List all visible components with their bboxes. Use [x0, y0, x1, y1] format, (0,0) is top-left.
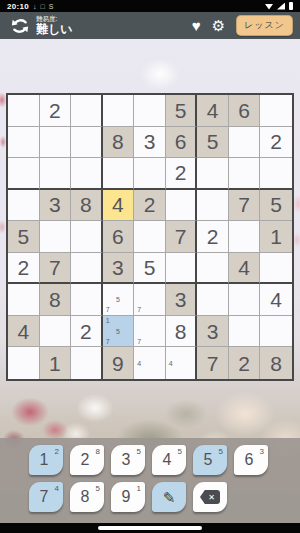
cell-r3c1[interactable]	[8, 158, 40, 190]
cell-value: 4	[270, 289, 282, 310]
numpad-button-5[interactable]: 55	[193, 445, 227, 475]
cell-value: 2	[270, 131, 282, 152]
cell-r8c3[interactable]: 2	[71, 316, 103, 348]
cell-r3c4[interactable]	[103, 158, 135, 190]
cell-r2c7[interactable]: 5	[197, 127, 229, 159]
cell-r4c4[interactable]: 4	[103, 190, 135, 222]
cellular-signal-icon	[277, 3, 285, 10]
numpad-button-7[interactable]: 74	[29, 482, 63, 512]
cell-value: 4	[112, 194, 124, 215]
cell-r1c9[interactable]	[260, 95, 292, 127]
lesson-button[interactable]: レッスン	[236, 15, 293, 36]
cell-r5c8[interactable]	[229, 221, 261, 253]
cell-r8c9[interactable]	[260, 316, 292, 348]
digit-count-badge: 8	[96, 447, 100, 456]
wifi-icon	[265, 3, 273, 10]
cell-r5c4[interactable]: 6	[103, 221, 135, 253]
numpad-digit: 2	[81, 451, 90, 469]
cell-r2c2[interactable]	[40, 127, 72, 159]
cell-value: 3	[144, 131, 156, 152]
cell-r8c8[interactable]	[229, 316, 261, 348]
cell-r7c1[interactable]	[8, 284, 40, 316]
cell-r6c7[interactable]	[197, 253, 229, 285]
numpad-digit: 6	[245, 451, 254, 469]
cell-r8c5[interactable]: 7	[134, 316, 166, 348]
cell-value: 2	[80, 321, 92, 342]
numpad-digit: 1	[40, 451, 49, 469]
difficulty-label: 難易度:	[36, 16, 73, 23]
cell-r5c2[interactable]	[40, 221, 72, 253]
cell-r2c5[interactable]: 3	[134, 127, 166, 159]
numpad-button-1[interactable]: 12	[29, 445, 63, 475]
pencil-mark: 7	[134, 336, 144, 346]
app-bar: 難易度: 難しい ♥ ⚙ レッスン	[0, 12, 300, 39]
digit-count-badge: 2	[55, 447, 59, 456]
home-indicator[interactable]	[98, 526, 202, 530]
cell-r6c1[interactable]: 2	[8, 253, 40, 285]
numpad-digit: 7	[40, 488, 49, 506]
cell-value: 6	[112, 226, 124, 247]
cell-r9c3[interactable]	[71, 347, 103, 379]
cell-r1c7[interactable]: 4	[197, 95, 229, 127]
cell-r5c7[interactable]: 2	[197, 221, 229, 253]
cell-value: 4	[17, 321, 29, 342]
cell-r7c9[interactable]: 4	[260, 284, 292, 316]
numpad-row: 748591✎✕	[29, 482, 300, 512]
cell-r6c3[interactable]	[71, 253, 103, 285]
cell-r3c2[interactable]	[40, 158, 72, 190]
cell-r3c6[interactable]: 2	[166, 158, 198, 190]
cell-value: 2	[238, 353, 250, 374]
cell-value: 2	[144, 194, 156, 215]
digit-count-badge: 5	[178, 447, 182, 456]
cell-r1c4[interactable]	[103, 95, 135, 127]
sync-icon: S	[49, 3, 54, 10]
cell-value: 8	[80, 194, 92, 215]
cell-r9c8[interactable]: 2	[229, 347, 261, 379]
numpad-button-9[interactable]: 91	[111, 482, 145, 512]
cell-r4c7[interactable]	[197, 190, 229, 222]
cell-r9c9[interactable]: 8	[260, 347, 292, 379]
favorite-heart-icon[interactable]: ♥	[192, 18, 201, 33]
status-bar: 20:10 ↓ □ S	[0, 0, 300, 12]
cell-r4c9[interactable]: 5	[260, 190, 292, 222]
cell-r1c3[interactable]	[71, 95, 103, 127]
cell-r4c3[interactable]: 8	[71, 190, 103, 222]
cell-value: 2	[175, 162, 187, 183]
cell-r8c4[interactable]: 157	[103, 316, 135, 348]
numpad-digit: 8	[81, 488, 90, 506]
cell-value: 7	[49, 257, 61, 278]
numpad-button-8[interactable]: 85	[70, 482, 104, 512]
cell-value: 5	[270, 194, 282, 215]
clock: 20:10	[7, 2, 29, 11]
digit-count-badge: 4	[55, 484, 59, 493]
cell-value: 5	[144, 257, 156, 278]
pencil-mode-button[interactable]: ✎	[152, 482, 186, 512]
cell-r9c6[interactable]: 4	[166, 347, 198, 379]
cell-value: 8	[270, 353, 282, 374]
cell-value: 3	[207, 321, 219, 342]
cell-value: 5	[175, 100, 187, 121]
cell-r1c5[interactable]	[134, 95, 166, 127]
cell-r3c9[interactable]	[260, 158, 292, 190]
cell-value: 2	[49, 100, 61, 121]
cell-r1c1[interactable]	[8, 95, 40, 127]
settings-gear-icon[interactable]: ⚙	[212, 18, 225, 33]
pencil-icon: ✎	[163, 490, 176, 505]
cell-value: 2	[207, 226, 219, 247]
backspace-icon: ✕	[200, 490, 220, 504]
numpad-button-3[interactable]: 35	[111, 445, 145, 475]
cell-r7c2[interactable]: 8	[40, 284, 72, 316]
cell-r8c2[interactable]	[40, 316, 72, 348]
cell-r5c9[interactable]: 1	[260, 221, 292, 253]
restart-icon[interactable]	[10, 16, 30, 36]
cell-value: 9	[112, 353, 124, 374]
pencil-mark: 7	[103, 305, 113, 315]
pencil-mark: 7	[134, 305, 144, 315]
cell-value: 3	[49, 194, 61, 215]
numpad-button-4[interactable]: 45	[152, 445, 186, 475]
cell-r6c2[interactable]: 7	[40, 253, 72, 285]
cell-r9c5[interactable]: 4	[134, 347, 166, 379]
cell-value: 3	[175, 289, 187, 310]
pencil-mark: 7	[103, 336, 113, 346]
erase-button[interactable]: ✕	[193, 482, 227, 512]
cell-r5c5[interactable]	[134, 221, 166, 253]
cell-r7c5[interactable]: 7	[134, 284, 166, 316]
numpad: 122835455563748591✎✕	[0, 438, 300, 523]
cell-r6c4[interactable]: 3	[103, 253, 135, 285]
cell-value: 4	[207, 100, 219, 121]
cell-r8c7[interactable]: 3	[197, 316, 229, 348]
cell-r2c8[interactable]	[229, 127, 261, 159]
cell-r4c5[interactable]: 2	[134, 190, 166, 222]
sudoku-grid: 2546836522384275567212735485773442157783…	[6, 93, 294, 381]
cell-r2c6[interactable]: 6	[166, 127, 198, 159]
cell-r4c2[interactable]: 3	[40, 190, 72, 222]
cell-value: 8	[112, 131, 124, 152]
numpad-digit: 4	[163, 451, 172, 469]
pencil-mark: 5	[113, 295, 123, 305]
cell-r6c8[interactable]: 4	[229, 253, 261, 285]
cell-r1c6[interactable]: 5	[166, 95, 198, 127]
cell-r3c7[interactable]	[197, 158, 229, 190]
download-icon: ↓	[33, 3, 37, 10]
cell-r8c6[interactable]: 8	[166, 316, 198, 348]
cell-r5c3[interactable]	[71, 221, 103, 253]
numpad-row: 122835455563	[29, 445, 300, 475]
numpad-digit: 9	[122, 488, 131, 506]
cell-r9c1[interactable]	[8, 347, 40, 379]
numpad-button-6[interactable]: 63	[234, 445, 268, 475]
pencil-mark: 5	[113, 326, 123, 336]
cell-r4c6[interactable]	[166, 190, 198, 222]
cell-value: 7	[207, 353, 219, 374]
cell-value: 5	[207, 131, 219, 152]
gesture-nav-bar	[0, 523, 300, 533]
cell-value: 6	[238, 100, 250, 121]
cell-r7c4[interactable]: 57	[103, 284, 135, 316]
numpad-button-2[interactable]: 28	[70, 445, 104, 475]
cell-r6c6[interactable]	[166, 253, 198, 285]
cell-r7c7[interactable]	[197, 284, 229, 316]
cell-r5c1[interactable]: 5	[8, 221, 40, 253]
cell-r9c7[interactable]: 7	[197, 347, 229, 379]
difficulty-value: 難しい	[36, 23, 73, 36]
pencil-mark: 1	[103, 316, 113, 326]
cell-r8c1[interactable]: 4	[8, 316, 40, 348]
cell-r1c8[interactable]: 6	[229, 95, 261, 127]
cell-value: 7	[238, 194, 250, 215]
cell-r9c4[interactable]: 9	[103, 347, 135, 379]
cell-r1c2[interactable]: 2	[40, 95, 72, 127]
screenshot-icon: □	[40, 3, 44, 10]
numpad-digit: 3	[122, 451, 131, 469]
cell-r7c6[interactable]: 3	[166, 284, 198, 316]
cell-value: 8	[175, 321, 187, 342]
cell-r4c8[interactable]: 7	[229, 190, 261, 222]
cell-value: 5	[17, 226, 29, 247]
cell-r2c4[interactable]: 8	[103, 127, 135, 159]
pencil-mark: 4	[166, 358, 176, 369]
cell-r7c3[interactable]	[71, 284, 103, 316]
digit-count-badge: 3	[260, 447, 264, 456]
cell-r5c6[interactable]: 7	[166, 221, 198, 253]
cell-value: 3	[112, 257, 124, 278]
cell-r9c2[interactable]: 1	[40, 347, 72, 379]
cell-value: 1	[270, 226, 282, 247]
pencil-mark: 4	[134, 358, 144, 369]
cell-value: 6	[175, 131, 187, 152]
cell-value: 2	[17, 257, 29, 278]
cell-value: 8	[49, 289, 61, 310]
cell-r2c1[interactable]	[8, 127, 40, 159]
cell-value: 4	[238, 257, 250, 278]
battery-icon	[289, 2, 293, 10]
cell-r7c8[interactable]	[229, 284, 261, 316]
cell-r6c5[interactable]: 5	[134, 253, 166, 285]
digit-count-badge: 5	[96, 484, 100, 493]
cell-value: 1	[49, 353, 61, 374]
cell-r3c5[interactable]	[134, 158, 166, 190]
digit-count-badge: 1	[137, 484, 141, 493]
cell-r6c9[interactable]	[260, 253, 292, 285]
cell-value: 7	[175, 226, 187, 247]
cell-r4c1[interactable]	[8, 190, 40, 222]
numpad-digit: 5	[204, 451, 213, 469]
cell-r2c3[interactable]	[71, 127, 103, 159]
digit-count-badge: 5	[137, 447, 141, 456]
digit-count-badge: 5	[219, 447, 223, 456]
cell-r3c8[interactable]	[229, 158, 261, 190]
cell-r3c3[interactable]	[71, 158, 103, 190]
cell-r2c9[interactable]: 2	[260, 127, 292, 159]
difficulty-display: 難易度: 難しい	[36, 16, 73, 35]
